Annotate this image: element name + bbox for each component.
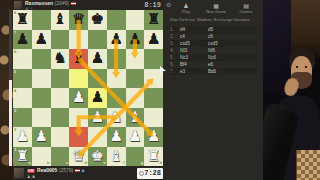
square-a4[interactable]: 4: [13, 88, 32, 108]
black-move[interactable]: d5: [208, 26, 236, 33]
black-move[interactable]: Nf6: [208, 47, 236, 54]
top-player-rating: (2049): [54, 0, 68, 6]
top-player-bar: Rasmussen (2049) ♙ ♘ 8:19: [13, 0, 163, 10]
white-pawn-h2[interactable]: ♟: [144, 127, 163, 147]
square-b7[interactable]: ♟: [32, 30, 51, 50]
title-badge: GM: [27, 169, 35, 173]
tab-games[interactable]: ▤ Games: [231, 2, 261, 14]
square-a8[interactable]: 8♜: [13, 10, 32, 30]
white-king-e1[interactable]: ♚: [88, 147, 107, 167]
move-row-3: 3.cxd5cxd5: [170, 40, 257, 47]
black-queen-d8[interactable]: ♛: [69, 10, 88, 30]
black-pawn-e4[interactable]: ♟: [88, 88, 107, 108]
bottom-clock: 7:28: [137, 168, 163, 179]
square-c6[interactable]: ♞: [51, 49, 70, 69]
file-label: c: [66, 161, 68, 165]
black-pawn-h7[interactable]: ♟: [144, 30, 163, 50]
black-rook-h8[interactable]: ♜: [144, 10, 163, 30]
square-f1[interactable]: f♝: [107, 147, 126, 167]
square-c4[interactable]: [51, 88, 70, 108]
square-h6[interactable]: [144, 49, 163, 69]
square-c2[interactable]: [51, 127, 70, 147]
square-b2[interactable]: ♟: [32, 127, 51, 147]
white-knight-f3[interactable]: ♞: [107, 108, 126, 128]
square-f3[interactable]: ♞: [107, 108, 126, 128]
square-g5[interactable]: [126, 69, 145, 89]
square-a1[interactable]: 1a♜: [13, 147, 32, 167]
bottom-player-flag-icon: [75, 169, 80, 172]
square-b5[interactable]: [32, 69, 51, 89]
square-d8[interactable]: ♛: [69, 10, 88, 30]
white-pawn-g2[interactable]: ♟: [126, 127, 145, 147]
white-rook-h1[interactable]: ♜: [144, 147, 163, 167]
square-c3[interactable]: [51, 108, 70, 128]
white-pawn-f2[interactable]: ♟: [107, 127, 126, 147]
move-number: 1.: [170, 26, 180, 33]
black-move[interactable]: Nc6: [208, 54, 236, 61]
square-d2[interactable]: [69, 127, 88, 147]
square-f5[interactable]: [107, 69, 126, 89]
streamer-eyes: [294, 66, 309, 68]
white-move[interactable]: cxd5: [180, 40, 208, 47]
black-rook-a8[interactable]: ♜: [13, 10, 32, 30]
black-bishop-c8[interactable]: ♝: [51, 10, 70, 30]
clock-icon: [139, 171, 144, 176]
square-d5[interactable]: [69, 69, 88, 89]
chess-board[interactable]: 8♜♝♛♚♜7♟♟♟♟♟6♞♝♟54♟♟3♟♞♝2♟♟♟♟♟1a♜bcd♛e♚f…: [13, 10, 163, 166]
white-pawn-a2[interactable]: ♟: [13, 127, 32, 147]
black-bishop-d6[interactable]: ♝: [69, 49, 88, 69]
moves-panel: ⚙ ♟ Play ▦ New Game ▤ Games Slav Defense…: [163, 0, 263, 180]
square-f4[interactable]: [107, 88, 126, 108]
square-h7[interactable]: ♟: [144, 30, 163, 50]
play-pawn-icon: ♟: [171, 2, 201, 9]
move-number: 2.: [170, 33, 180, 40]
square-h1[interactable]: h♜: [144, 147, 163, 167]
black-knight-c6[interactable]: ♞: [51, 49, 70, 69]
black-move[interactable]: cxd5: [208, 40, 236, 47]
rank-label: 6: [14, 50, 16, 54]
square-g2[interactable]: ♟: [126, 127, 145, 147]
black-move[interactable]: c6: [208, 33, 236, 40]
square-a7[interactable]: 7♟: [13, 30, 32, 50]
bottom-clock-text: 7:28: [144, 169, 161, 177]
square-h8[interactable]: ♜: [144, 10, 163, 30]
white-move[interactable]: Nc3: [180, 54, 208, 61]
opening-name: Slav Defense: Modern, Exchange Variation: [170, 17, 260, 22]
square-e6[interactable]: ♟: [88, 49, 107, 69]
white-move[interactable]: Nf3: [180, 47, 208, 54]
square-b6[interactable]: [32, 49, 51, 69]
square-h3[interactable]: [144, 108, 163, 128]
square-e5[interactable]: [88, 69, 107, 89]
white-bishop-g3[interactable]: ♝: [126, 108, 145, 128]
tab-play[interactable]: ♟ Play: [171, 2, 201, 14]
square-d6[interactable]: ♝: [69, 49, 88, 69]
square-c8[interactable]: ♝: [51, 10, 70, 30]
black-move[interactable]: Bd6: [208, 68, 236, 75]
move-row-5: 5.Nc3Nc6: [170, 54, 257, 61]
square-b8[interactable]: [32, 10, 51, 30]
square-a5[interactable]: 5: [13, 69, 32, 89]
move-list[interactable]: 1.d4d52.c4c63.cxd5cxd54.Nf3Nf65.Nc3Nc66.…: [170, 26, 257, 75]
tab-play-label: Play: [171, 9, 201, 14]
square-d7[interactable]: [69, 30, 88, 50]
square-c5[interactable]: [51, 69, 70, 89]
square-e1[interactable]: e♚: [88, 147, 107, 167]
square-b1[interactable]: b: [32, 147, 51, 167]
white-rook-a1[interactable]: ♜: [13, 147, 32, 167]
black-pawn-b7[interactable]: ♟: [32, 30, 51, 50]
white-pawn-e3[interactable]: ♟: [88, 108, 107, 128]
stream-frame: { "game": "chess", "position": { "fen": …: [0, 0, 320, 180]
move-row-7: 7.e3Bd6: [170, 68, 257, 75]
white-bishop-f1[interactable]: ♝: [107, 147, 126, 167]
new-game-board-icon: ▦: [201, 2, 231, 9]
square-e3[interactable]: ♟: [88, 108, 107, 128]
square-b4[interactable]: [32, 88, 51, 108]
membership-diamond-icon: ◆: [82, 168, 85, 173]
move-number: 4.: [170, 47, 180, 54]
bottom-player-bar: GM Rea0905 (2579) ◆ ♟ ♞ 7:28: [13, 166, 163, 180]
square-e8[interactable]: ♚: [88, 10, 107, 30]
eval-bar-white: [9, 80, 12, 166]
black-pawn-e6[interactable]: ♟: [88, 49, 107, 69]
bottom-avatar[interactable]: [14, 168, 24, 178]
white-pawn-d4[interactable]: ♟: [69, 88, 88, 108]
square-b3[interactable]: [32, 108, 51, 128]
move-row-2: 2.c4c6: [170, 33, 257, 40]
square-g3[interactable]: ♝: [126, 108, 145, 128]
top-avatar[interactable]: [14, 1, 22, 9]
square-h2[interactable]: ♟: [144, 127, 163, 147]
bottom-player-name-text: Rea0905: [37, 167, 57, 173]
white-pawn-b2[interactable]: ♟: [32, 127, 51, 147]
physical-chessboard: [296, 150, 320, 180]
tab-new-game-label: New Game: [201, 9, 231, 14]
black-pawn-g7[interactable]: ♟: [126, 30, 145, 50]
square-f2[interactable]: ♟: [107, 127, 126, 147]
file-label: g: [141, 161, 143, 165]
square-c1[interactable]: c: [51, 147, 70, 167]
move-row-6: 6.Bf4e6: [170, 61, 257, 68]
rank-label: 3: [14, 109, 16, 113]
square-g6[interactable]: [126, 49, 145, 69]
bottom-player-name[interactable]: GM Rea0905 (2579) ◆: [27, 167, 85, 173]
black-king-e8[interactable]: ♚: [88, 10, 107, 30]
square-d3[interactable]: [69, 108, 88, 128]
rank-label: 5: [14, 70, 16, 74]
white-queen-d1[interactable]: ♛: [69, 147, 88, 167]
square-a2[interactable]: 2♟: [13, 127, 32, 147]
square-e4[interactable]: ♟: [88, 88, 107, 108]
tab-games-label: Games: [231, 9, 261, 14]
square-d4[interactable]: ♟: [69, 88, 88, 108]
games-list-icon: ▤: [231, 2, 261, 9]
square-g7[interactable]: ♟: [126, 30, 145, 50]
move-number: 6.: [170, 61, 180, 68]
rank-label: 4: [14, 89, 16, 93]
white-move[interactable]: d4: [180, 26, 208, 33]
move-row-4: 4.Nf3Nf6: [170, 47, 257, 54]
square-e7[interactable]: [88, 30, 107, 50]
square-c7[interactable]: [51, 30, 70, 50]
top-clock: 8:19: [144, 1, 161, 9]
move-row-1: 1.d4d5: [170, 26, 257, 33]
square-h4[interactable]: [144, 88, 163, 108]
square-g1[interactable]: g: [126, 147, 145, 167]
black-move[interactable]: e6: [208, 61, 236, 68]
square-g4[interactable]: [126, 88, 145, 108]
square-e2[interactable]: [88, 127, 107, 147]
square-g8[interactable]: [126, 10, 145, 30]
top-player-flag-icon: [71, 2, 76, 5]
move-number: 5.: [170, 54, 180, 61]
white-move[interactable]: c4: [180, 33, 208, 40]
bottom-player-rating: (2579): [59, 167, 73, 173]
square-f6[interactable]: [107, 49, 126, 69]
eval-bar: [9, 10, 12, 166]
move-number: 3.: [170, 40, 180, 47]
white-move[interactable]: e3: [180, 68, 208, 75]
bottom-captured-pieces: ♟ ♞: [27, 174, 35, 179]
square-a6[interactable]: 6: [13, 49, 32, 69]
square-f8[interactable]: [107, 10, 126, 30]
tab-new-game[interactable]: ▦ New Game: [201, 2, 231, 14]
square-a3[interactable]: 3: [13, 108, 32, 128]
file-label: b: [47, 161, 49, 165]
square-f7[interactable]: ♟: [107, 30, 126, 50]
black-pawn-f7[interactable]: ♟: [107, 30, 126, 50]
move-number: 7.: [170, 68, 180, 75]
black-pawn-a7[interactable]: ♟: [13, 30, 32, 50]
webcam-video: [263, 0, 320, 180]
white-move[interactable]: Bf4: [180, 61, 208, 68]
square-d1[interactable]: d♛: [69, 147, 88, 167]
